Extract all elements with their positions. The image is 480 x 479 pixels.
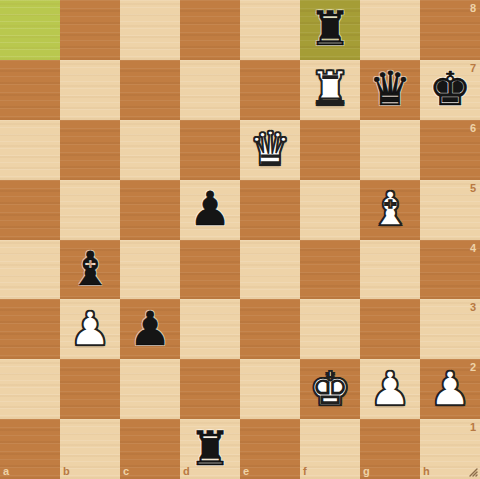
square-d5[interactable]: ♟ xyxy=(180,180,240,240)
coordinate-file-c: c xyxy=(123,466,129,477)
white-queen[interactable]: ♛ xyxy=(249,125,291,172)
black-rook[interactable]: ♜ xyxy=(309,5,351,52)
square-h5[interactable]: 5 xyxy=(420,180,480,240)
square-f7[interactable]: ♜ xyxy=(300,60,360,120)
square-g4[interactable] xyxy=(360,240,420,300)
black-queen[interactable]: ♛ xyxy=(369,65,411,112)
coordinate-rank-4: 4 xyxy=(470,243,476,254)
square-c2[interactable] xyxy=(120,359,180,419)
square-e5[interactable] xyxy=(240,180,300,240)
white-pawn[interactable]: ♟ xyxy=(69,305,111,352)
square-e4[interactable] xyxy=(240,240,300,300)
white-pawn[interactable]: ♟ xyxy=(369,365,411,412)
square-c5[interactable] xyxy=(120,180,180,240)
black-king[interactable]: ♚ xyxy=(429,65,471,112)
coordinate-file-a: a xyxy=(3,466,9,477)
square-e8[interactable] xyxy=(240,0,300,60)
square-c7[interactable] xyxy=(120,60,180,120)
white-king[interactable]: ♚ xyxy=(309,365,351,412)
square-c4[interactable] xyxy=(120,240,180,300)
coordinate-rank-8: 8 xyxy=(470,3,476,14)
square-h7[interactable]: ♚7 xyxy=(420,60,480,120)
square-d2[interactable] xyxy=(180,359,240,419)
square-h4[interactable]: 4 xyxy=(420,240,480,300)
square-f2[interactable]: ♚ xyxy=(300,359,360,419)
square-d7[interactable] xyxy=(180,60,240,120)
square-g7[interactable]: ♛ xyxy=(360,60,420,120)
square-b2[interactable] xyxy=(60,359,120,419)
square-c1[interactable]: c xyxy=(120,419,180,479)
square-g2[interactable]: ♟ xyxy=(360,359,420,419)
square-f5[interactable] xyxy=(300,180,360,240)
square-a1[interactable]: a xyxy=(0,419,60,479)
square-d6[interactable] xyxy=(180,120,240,180)
chess-board: ♜8♜♛♚7♛6♟♝5♝4♟♟3♚♟♟2abc♜defgh1 xyxy=(0,0,480,479)
square-g6[interactable] xyxy=(360,120,420,180)
square-g8[interactable] xyxy=(360,0,420,60)
white-pawn[interactable]: ♟ xyxy=(429,365,471,412)
square-d8[interactable] xyxy=(180,0,240,60)
square-b7[interactable] xyxy=(60,60,120,120)
square-b1[interactable]: b xyxy=(60,419,120,479)
square-a8[interactable] xyxy=(0,0,60,60)
coordinate-rank-6: 6 xyxy=(470,123,476,134)
square-b3[interactable]: ♟ xyxy=(60,299,120,359)
coordinate-rank-3: 3 xyxy=(470,302,476,313)
square-e3[interactable] xyxy=(240,299,300,359)
square-d4[interactable] xyxy=(180,240,240,300)
square-h6[interactable]: 6 xyxy=(420,120,480,180)
square-c6[interactable] xyxy=(120,120,180,180)
coordinate-file-b: b xyxy=(63,466,70,477)
black-rook[interactable]: ♜ xyxy=(189,425,231,472)
square-d1[interactable]: ♜d xyxy=(180,419,240,479)
square-c3[interactable]: ♟ xyxy=(120,299,180,359)
square-h2[interactable]: ♟2 xyxy=(420,359,480,419)
square-a5[interactable] xyxy=(0,180,60,240)
square-g1[interactable]: g xyxy=(360,419,420,479)
square-f3[interactable] xyxy=(300,299,360,359)
coordinate-rank-1: 1 xyxy=(470,422,476,433)
square-b5[interactable] xyxy=(60,180,120,240)
square-g3[interactable] xyxy=(360,299,420,359)
square-a4[interactable] xyxy=(0,240,60,300)
white-rook[interactable]: ♜ xyxy=(309,65,351,112)
black-bishop[interactable]: ♝ xyxy=(69,245,111,292)
coordinate-rank-5: 5 xyxy=(470,183,476,194)
square-b4[interactable]: ♝ xyxy=(60,240,120,300)
square-a7[interactable] xyxy=(0,60,60,120)
square-f6[interactable] xyxy=(300,120,360,180)
square-f4[interactable] xyxy=(300,240,360,300)
coordinate-file-e: e xyxy=(243,466,249,477)
square-a3[interactable] xyxy=(0,299,60,359)
square-f1[interactable]: f xyxy=(300,419,360,479)
white-bishop[interactable]: ♝ xyxy=(369,185,411,232)
square-e1[interactable]: e xyxy=(240,419,300,479)
square-h3[interactable]: 3 xyxy=(420,299,480,359)
square-e6[interactable]: ♛ xyxy=(240,120,300,180)
square-f8[interactable]: ♜ xyxy=(300,0,360,60)
black-pawn[interactable]: ♟ xyxy=(189,185,231,232)
square-d3[interactable] xyxy=(180,299,240,359)
square-e2[interactable] xyxy=(240,359,300,419)
square-e7[interactable] xyxy=(240,60,300,120)
square-b6[interactable] xyxy=(60,120,120,180)
square-b8[interactable] xyxy=(60,0,120,60)
square-a6[interactable] xyxy=(0,120,60,180)
square-g5[interactable]: ♝ xyxy=(360,180,420,240)
square-a2[interactable] xyxy=(0,359,60,419)
coordinate-file-f: f xyxy=(303,466,307,477)
board-resize-handle-icon[interactable] xyxy=(465,464,479,478)
black-pawn[interactable]: ♟ xyxy=(129,305,171,352)
coordinate-file-g: g xyxy=(363,466,370,477)
square-c8[interactable] xyxy=(120,0,180,60)
square-h8[interactable]: 8 xyxy=(420,0,480,60)
coordinate-file-h: h xyxy=(423,466,430,477)
